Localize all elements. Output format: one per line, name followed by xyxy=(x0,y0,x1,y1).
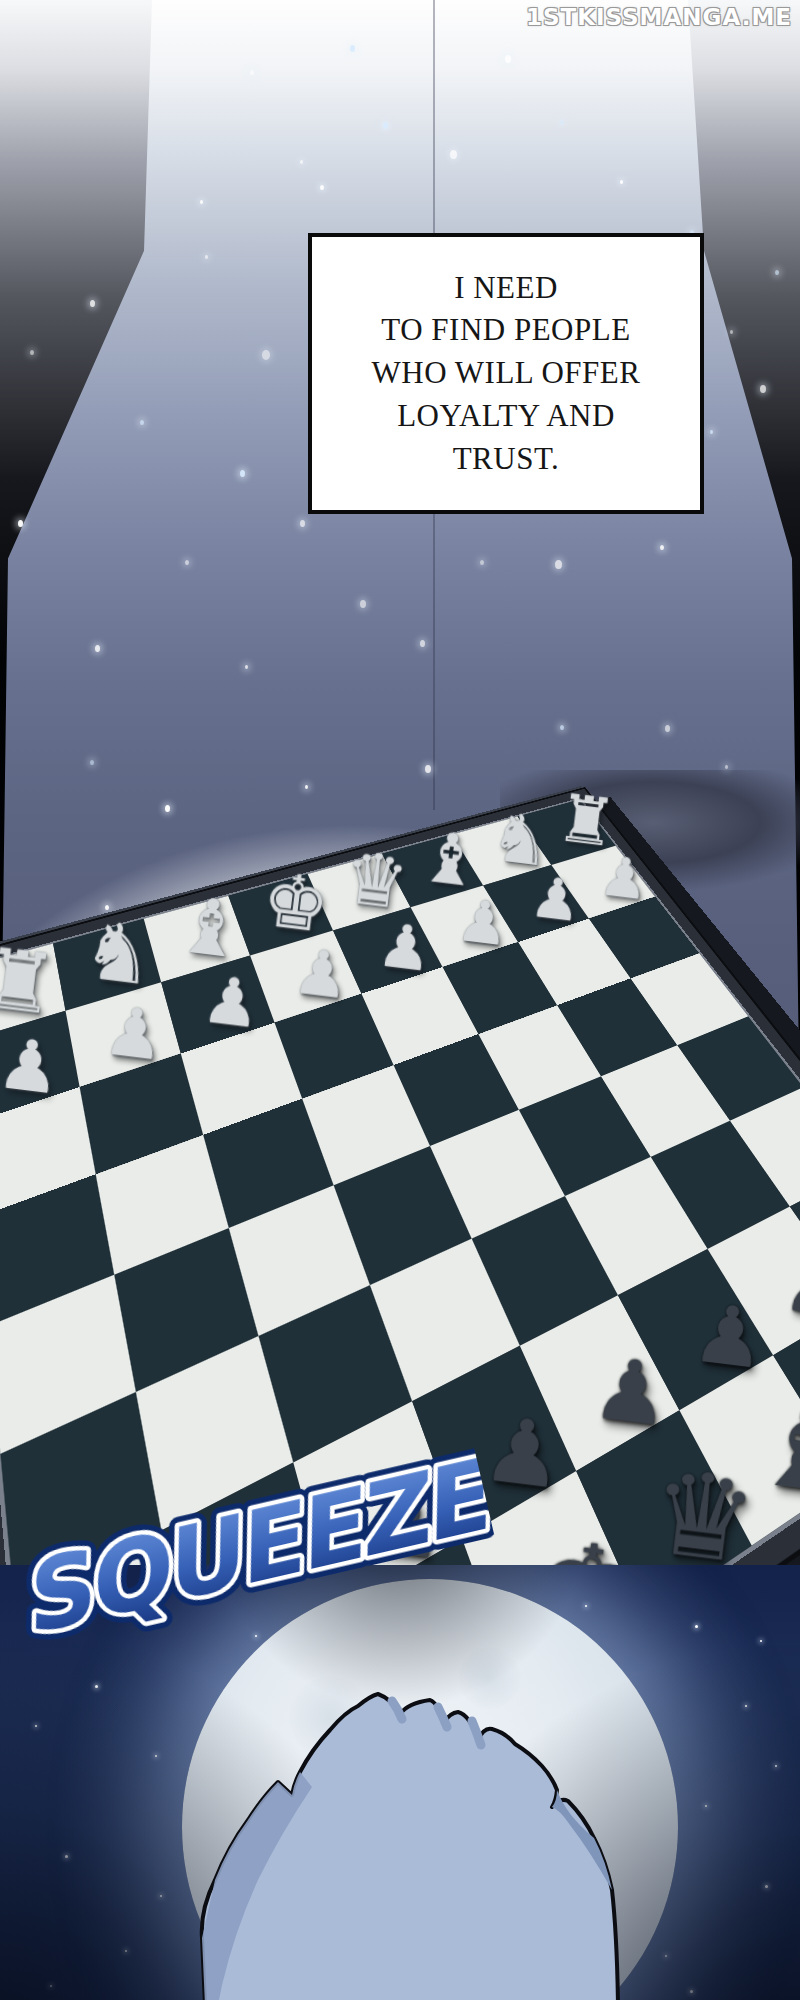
snow-sparkle xyxy=(730,330,733,334)
piece-wB-f1: ♝ xyxy=(171,885,249,970)
piece-wP-a2: ♟ xyxy=(597,848,652,908)
manga-page: ♜♞♝♚♛♝♞♜♟♟♟♟♟♟♟♟♟♟♟♟♟♟♟♟♜♞♝♚♛♝♞♜ I NEED … xyxy=(0,0,800,2000)
snow-sparkle xyxy=(300,160,303,164)
snow-sparkle xyxy=(185,560,189,565)
snow-sparkle xyxy=(620,180,623,184)
snow-sparkle xyxy=(710,430,713,434)
piece-bP-d7: ♟ xyxy=(589,1345,675,1439)
speech-bubble-text: I NEED TO FIND PEOPLE WHO WILL OFFER LOY… xyxy=(372,267,641,481)
snow-sparkle xyxy=(480,560,484,565)
piece-bP-e7: ♟ xyxy=(478,1404,569,1503)
site-watermark: 1STKISSMANGA.ME xyxy=(526,4,792,30)
piece-wP-d2: ♟ xyxy=(375,914,436,981)
snow-sparkle xyxy=(240,470,245,477)
piece-wR-h1: ♜ xyxy=(0,936,61,1027)
snow-sparkle xyxy=(560,120,564,125)
sfx-text: SQUEEZE xyxy=(8,1437,507,1656)
clenched-fist xyxy=(140,1655,680,2000)
square-h2: ♟ xyxy=(0,1011,80,1124)
piece-wP-e2: ♟ xyxy=(290,940,353,1009)
piece-wP-h2: ♟ xyxy=(0,1028,65,1105)
piece-wP-f2: ♟ xyxy=(199,967,265,1039)
snow-sparkle xyxy=(140,420,144,425)
snow-sparkle xyxy=(775,270,779,275)
piece-bK-e8: ♚ xyxy=(526,1523,651,1565)
snow-sparkle xyxy=(90,300,95,307)
piece-wB-c1: ♝ xyxy=(415,821,485,898)
piece-wQ-d1: ♛ xyxy=(339,841,412,920)
snow-sparkle xyxy=(262,350,270,360)
snow-sparkle xyxy=(350,45,355,52)
snow-sparkle xyxy=(320,185,324,190)
snow-sparkle xyxy=(18,520,23,527)
piece-wP-b2: ♟ xyxy=(527,869,584,931)
panel-chess-spotlight: ♜♞♝♚♛♝♞♜♟♟♟♟♟♟♟♟♟♟♟♟♟♟♟♟♜♞♝♚♛♝♞♜ I NEED … xyxy=(0,0,800,1565)
piece-bQ-d8: ♛ xyxy=(644,1453,762,1565)
snow-sparkle xyxy=(300,520,305,527)
snow-sparkle xyxy=(383,122,388,129)
piece-bP-c7: ♟ xyxy=(688,1292,770,1382)
snow-sparkle xyxy=(360,600,366,608)
piece-wP-c2: ♟ xyxy=(454,891,513,955)
snow-sparkle xyxy=(30,350,34,355)
snow-sparkle xyxy=(450,150,457,159)
piece-bP-b7: ♟ xyxy=(779,1244,800,1330)
snow-sparkle xyxy=(505,55,511,63)
snow-sparkle xyxy=(250,70,254,75)
speech-bubble: I NEED TO FIND PEOPLE WHO WILL OFFER LOY… xyxy=(308,233,704,514)
piece-wN-g1: ♞ xyxy=(78,910,159,998)
piece-wK-e1: ♚ xyxy=(258,863,333,945)
snow-sparkle xyxy=(555,560,562,569)
snow-sparkle xyxy=(660,545,664,550)
snow-sparkle xyxy=(205,255,208,259)
piece-wP-g2: ♟ xyxy=(100,996,168,1070)
snow-sparkle xyxy=(200,200,203,204)
snow-sparkle xyxy=(760,385,766,393)
